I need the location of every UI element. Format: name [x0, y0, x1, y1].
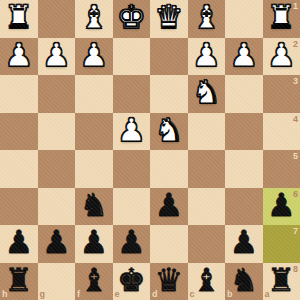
square-a2[interactable]: ♟2	[263, 38, 301, 76]
square-a3[interactable]: 3	[263, 75, 301, 113]
square-c3[interactable]: ♞	[188, 75, 226, 113]
black-pawn-b7-piece[interactable]: ♟	[229, 224, 258, 261]
white-bishop-c1-piece[interactable]: ♝	[192, 0, 221, 36]
square-g7[interactable]: ♟	[38, 225, 76, 263]
square-a7[interactable]: 7	[263, 225, 301, 263]
square-f3[interactable]	[75, 75, 113, 113]
square-g3[interactable]	[38, 75, 76, 113]
black-pawn-a6-piece[interactable]: ♟	[267, 187, 296, 224]
square-f1[interactable]: ♝	[75, 0, 113, 38]
black-king-e8-piece[interactable]: ♚	[117, 262, 146, 299]
square-b6[interactable]	[225, 188, 263, 226]
square-a1[interactable]: ♜1	[263, 0, 301, 38]
square-f8[interactable]: ♝f	[75, 263, 113, 300]
square-c8[interactable]: ♝c	[188, 263, 226, 300]
black-bishop-f8-piece[interactable]: ♝	[79, 262, 108, 299]
square-c5[interactable]	[188, 150, 226, 188]
black-pawn-d6-piece[interactable]: ♟	[154, 187, 183, 224]
square-d6[interactable]: ♟	[150, 188, 188, 226]
white-pawn-b2-piece[interactable]: ♟	[229, 37, 258, 74]
white-pawn-f2-piece[interactable]: ♟	[79, 37, 108, 74]
rank-label-7: 7	[293, 227, 298, 236]
white-pawn-c2-piece[interactable]: ♟	[192, 37, 221, 74]
rank-label-3: 3	[293, 77, 298, 86]
square-g6[interactable]	[38, 188, 76, 226]
rank-label-4: 4	[293, 115, 298, 124]
square-b3[interactable]	[225, 75, 263, 113]
square-e7[interactable]: ♟	[113, 225, 151, 263]
black-rook-h8-piece[interactable]: ♜	[4, 262, 33, 299]
square-f7[interactable]: ♟	[75, 225, 113, 263]
white-rook-h1-piece[interactable]: ♜	[4, 0, 33, 36]
square-e2[interactable]	[113, 38, 151, 76]
square-d8[interactable]: ♛d	[150, 263, 188, 300]
square-h1[interactable]: ♜	[0, 0, 38, 38]
black-pawn-f7-piece[interactable]: ♟	[79, 224, 108, 261]
square-f6[interactable]: ♞	[75, 188, 113, 226]
square-g1[interactable]	[38, 0, 76, 38]
square-d2[interactable]	[150, 38, 188, 76]
square-h7[interactable]: ♟	[0, 225, 38, 263]
black-knight-b8-piece[interactable]: ♞	[229, 262, 258, 299]
square-f2[interactable]: ♟	[75, 38, 113, 76]
white-knight-c3-piece[interactable]: ♞	[192, 74, 221, 111]
black-knight-f6-piece[interactable]: ♞	[79, 187, 108, 224]
square-f4[interactable]	[75, 113, 113, 151]
white-bishop-f1-piece[interactable]: ♝	[79, 0, 108, 36]
square-a8[interactable]: ♜8a	[263, 263, 301, 300]
black-pawn-h7-piece[interactable]: ♟	[4, 224, 33, 261]
square-h3[interactable]	[0, 75, 38, 113]
white-pawn-g2-piece[interactable]: ♟	[42, 37, 71, 74]
white-queen-d1-piece[interactable]: ♛	[154, 0, 183, 36]
square-d7[interactable]	[150, 225, 188, 263]
square-g5[interactable]	[38, 150, 76, 188]
chess-board: ♜♝♚♛♝♜1♟♟♟♟♟♟2♞3♟♞45♞♟♟6♟♟♟♟♟7♜hg♝f♚e♛d♝…	[0, 0, 300, 300]
square-e4[interactable]: ♟	[113, 113, 151, 151]
white-pawn-h2-piece[interactable]: ♟	[4, 37, 33, 74]
square-h2[interactable]: ♟	[0, 38, 38, 76]
square-b8[interactable]: ♞b	[225, 263, 263, 300]
square-e8[interactable]: ♚e	[113, 263, 151, 300]
square-e6[interactable]	[113, 188, 151, 226]
rank-label-5: 5	[293, 152, 298, 161]
black-rook-a8-piece[interactable]: ♜	[267, 262, 296, 299]
square-d5[interactable]	[150, 150, 188, 188]
square-h4[interactable]	[0, 113, 38, 151]
white-pawn-a2-piece[interactable]: ♟	[267, 37, 296, 74]
square-c2[interactable]: ♟	[188, 38, 226, 76]
square-c4[interactable]	[188, 113, 226, 151]
square-b4[interactable]	[225, 113, 263, 151]
square-a5[interactable]: 5	[263, 150, 301, 188]
file-label-g: g	[40, 290, 46, 299]
white-pawn-e4-piece[interactable]: ♟	[117, 112, 146, 149]
square-d4[interactable]: ♞	[150, 113, 188, 151]
white-rook-a1-piece[interactable]: ♜	[267, 0, 296, 36]
black-pawn-g7-piece[interactable]: ♟	[42, 224, 71, 261]
square-a4[interactable]: 4	[263, 113, 301, 151]
black-bishop-c8-piece[interactable]: ♝	[192, 262, 221, 299]
square-d1[interactable]: ♛	[150, 0, 188, 38]
square-c6[interactable]	[188, 188, 226, 226]
square-h8[interactable]: ♜h	[0, 263, 38, 300]
white-king-e1-piece[interactable]: ♚	[117, 0, 146, 36]
square-f5[interactable]	[75, 150, 113, 188]
white-knight-d4-piece[interactable]: ♞	[154, 112, 183, 149]
square-e1[interactable]: ♚	[113, 0, 151, 38]
square-c7[interactable]	[188, 225, 226, 263]
square-g2[interactable]: ♟	[38, 38, 76, 76]
square-b7[interactable]: ♟	[225, 225, 263, 263]
square-h6[interactable]	[0, 188, 38, 226]
square-b2[interactable]: ♟	[225, 38, 263, 76]
square-e5[interactable]	[113, 150, 151, 188]
black-pawn-e7-piece[interactable]: ♟	[117, 224, 146, 261]
square-e3[interactable]	[113, 75, 151, 113]
square-h5[interactable]	[0, 150, 38, 188]
square-b5[interactable]	[225, 150, 263, 188]
square-a6[interactable]: ♟6	[263, 188, 301, 226]
square-c1[interactable]: ♝	[188, 0, 226, 38]
square-g4[interactable]	[38, 113, 76, 151]
square-g8[interactable]: g	[38, 263, 76, 300]
black-queen-d8-piece[interactable]: ♛	[154, 262, 183, 299]
square-d3[interactable]	[150, 75, 188, 113]
square-b1[interactable]	[225, 0, 263, 38]
